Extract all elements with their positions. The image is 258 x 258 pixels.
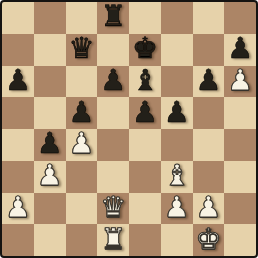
- square-h4[interactable]: [224, 129, 256, 161]
- square-e7[interactable]: ♚: [129, 34, 161, 66]
- square-c8[interactable]: [66, 2, 98, 34]
- piece-white-pawn[interactable]: ♟: [164, 193, 190, 222]
- square-b2[interactable]: [34, 193, 66, 225]
- square-h2[interactable]: [224, 193, 256, 225]
- square-g7[interactable]: [193, 34, 225, 66]
- piece-white-pawn[interactable]: ♟: [227, 66, 253, 95]
- square-a4[interactable]: [2, 129, 34, 161]
- square-h8[interactable]: [224, 2, 256, 34]
- piece-black-bishop[interactable]: ♝: [132, 66, 158, 95]
- square-e8[interactable]: [129, 2, 161, 34]
- square-e2[interactable]: [129, 193, 161, 225]
- square-a1[interactable]: [2, 224, 34, 256]
- square-f1[interactable]: [161, 224, 193, 256]
- square-f6[interactable]: [161, 66, 193, 98]
- square-c5[interactable]: ♟: [66, 97, 98, 129]
- square-h7[interactable]: ♟: [224, 34, 256, 66]
- square-f3[interactable]: ♝: [161, 161, 193, 193]
- square-b3[interactable]: ♟: [34, 161, 66, 193]
- square-g5[interactable]: [193, 97, 225, 129]
- square-c6[interactable]: [66, 66, 98, 98]
- square-g1[interactable]: ♚: [193, 224, 225, 256]
- square-a5[interactable]: [2, 97, 34, 129]
- square-f8[interactable]: [161, 2, 193, 34]
- piece-black-pawn[interactable]: ♟: [68, 98, 94, 127]
- square-d7[interactable]: [97, 34, 129, 66]
- piece-black-pawn[interactable]: ♟: [195, 66, 221, 95]
- square-d8[interactable]: ♜: [97, 2, 129, 34]
- square-g2[interactable]: ♟: [193, 193, 225, 225]
- piece-black-rook[interactable]: ♜: [100, 2, 126, 31]
- chess-board-frame: ♜♛♚♟♟♟♝♟♟♟♟♟♟♟♟♝♟♛♟♟♜♚: [0, 0, 258, 258]
- chess-board: ♜♛♚♟♟♟♝♟♟♟♟♟♟♟♟♝♟♛♟♟♜♚: [2, 2, 256, 256]
- piece-white-pawn[interactable]: ♟: [195, 193, 221, 222]
- square-g8[interactable]: [193, 2, 225, 34]
- square-b6[interactable]: [34, 66, 66, 98]
- square-f7[interactable]: [161, 34, 193, 66]
- piece-white-pawn[interactable]: ♟: [37, 161, 63, 190]
- square-a8[interactable]: [2, 2, 34, 34]
- square-c4[interactable]: ♟: [66, 129, 98, 161]
- square-h6[interactable]: ♟: [224, 66, 256, 98]
- square-c7[interactable]: ♛: [66, 34, 98, 66]
- square-h1[interactable]: [224, 224, 256, 256]
- piece-black-pawn[interactable]: ♟: [164, 98, 190, 127]
- piece-black-pawn[interactable]: ♟: [100, 66, 126, 95]
- piece-white-bishop[interactable]: ♝: [164, 161, 190, 190]
- square-d3[interactable]: [97, 161, 129, 193]
- square-a6[interactable]: ♟: [2, 66, 34, 98]
- square-b4[interactable]: ♟: [34, 129, 66, 161]
- square-e5[interactable]: ♟: [129, 97, 161, 129]
- piece-white-queen[interactable]: ♛: [100, 193, 126, 222]
- piece-white-pawn[interactable]: ♟: [68, 129, 94, 158]
- square-f2[interactable]: ♟: [161, 193, 193, 225]
- piece-black-pawn[interactable]: ♟: [132, 98, 158, 127]
- square-e6[interactable]: ♝: [129, 66, 161, 98]
- square-d4[interactable]: [97, 129, 129, 161]
- square-b1[interactable]: [34, 224, 66, 256]
- square-d5[interactable]: [97, 97, 129, 129]
- square-c2[interactable]: [66, 193, 98, 225]
- piece-black-pawn[interactable]: ♟: [37, 129, 63, 158]
- square-a2[interactable]: ♟: [2, 193, 34, 225]
- square-d2[interactable]: ♛: [97, 193, 129, 225]
- square-b8[interactable]: [34, 2, 66, 34]
- piece-white-king[interactable]: ♚: [195, 225, 221, 254]
- square-g4[interactable]: [193, 129, 225, 161]
- square-a7[interactable]: [2, 34, 34, 66]
- piece-white-rook[interactable]: ♜: [100, 225, 126, 254]
- square-a3[interactable]: [2, 161, 34, 193]
- square-h3[interactable]: [224, 161, 256, 193]
- square-g3[interactable]: [193, 161, 225, 193]
- square-h5[interactable]: [224, 97, 256, 129]
- square-b5[interactable]: [34, 97, 66, 129]
- piece-black-queen[interactable]: ♛: [68, 34, 94, 63]
- piece-white-pawn[interactable]: ♟: [5, 193, 31, 222]
- square-f5[interactable]: ♟: [161, 97, 193, 129]
- square-c3[interactable]: [66, 161, 98, 193]
- piece-black-king[interactable]: ♚: [132, 34, 158, 63]
- piece-black-pawn[interactable]: ♟: [5, 66, 31, 95]
- square-d6[interactable]: ♟: [97, 66, 129, 98]
- square-e4[interactable]: [129, 129, 161, 161]
- piece-black-pawn[interactable]: ♟: [227, 34, 253, 63]
- square-g6[interactable]: ♟: [193, 66, 225, 98]
- square-e1[interactable]: [129, 224, 161, 256]
- square-b7[interactable]: [34, 34, 66, 66]
- square-c1[interactable]: [66, 224, 98, 256]
- square-d1[interactable]: ♜: [97, 224, 129, 256]
- square-f4[interactable]: [161, 129, 193, 161]
- square-e3[interactable]: [129, 161, 161, 193]
